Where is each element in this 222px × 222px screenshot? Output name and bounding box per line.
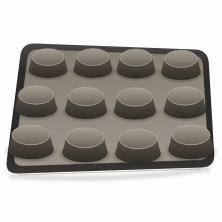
muffin-pan-photo (0, 0, 222, 222)
product-photo: 12-cup muffin baking pan (0, 0, 222, 222)
